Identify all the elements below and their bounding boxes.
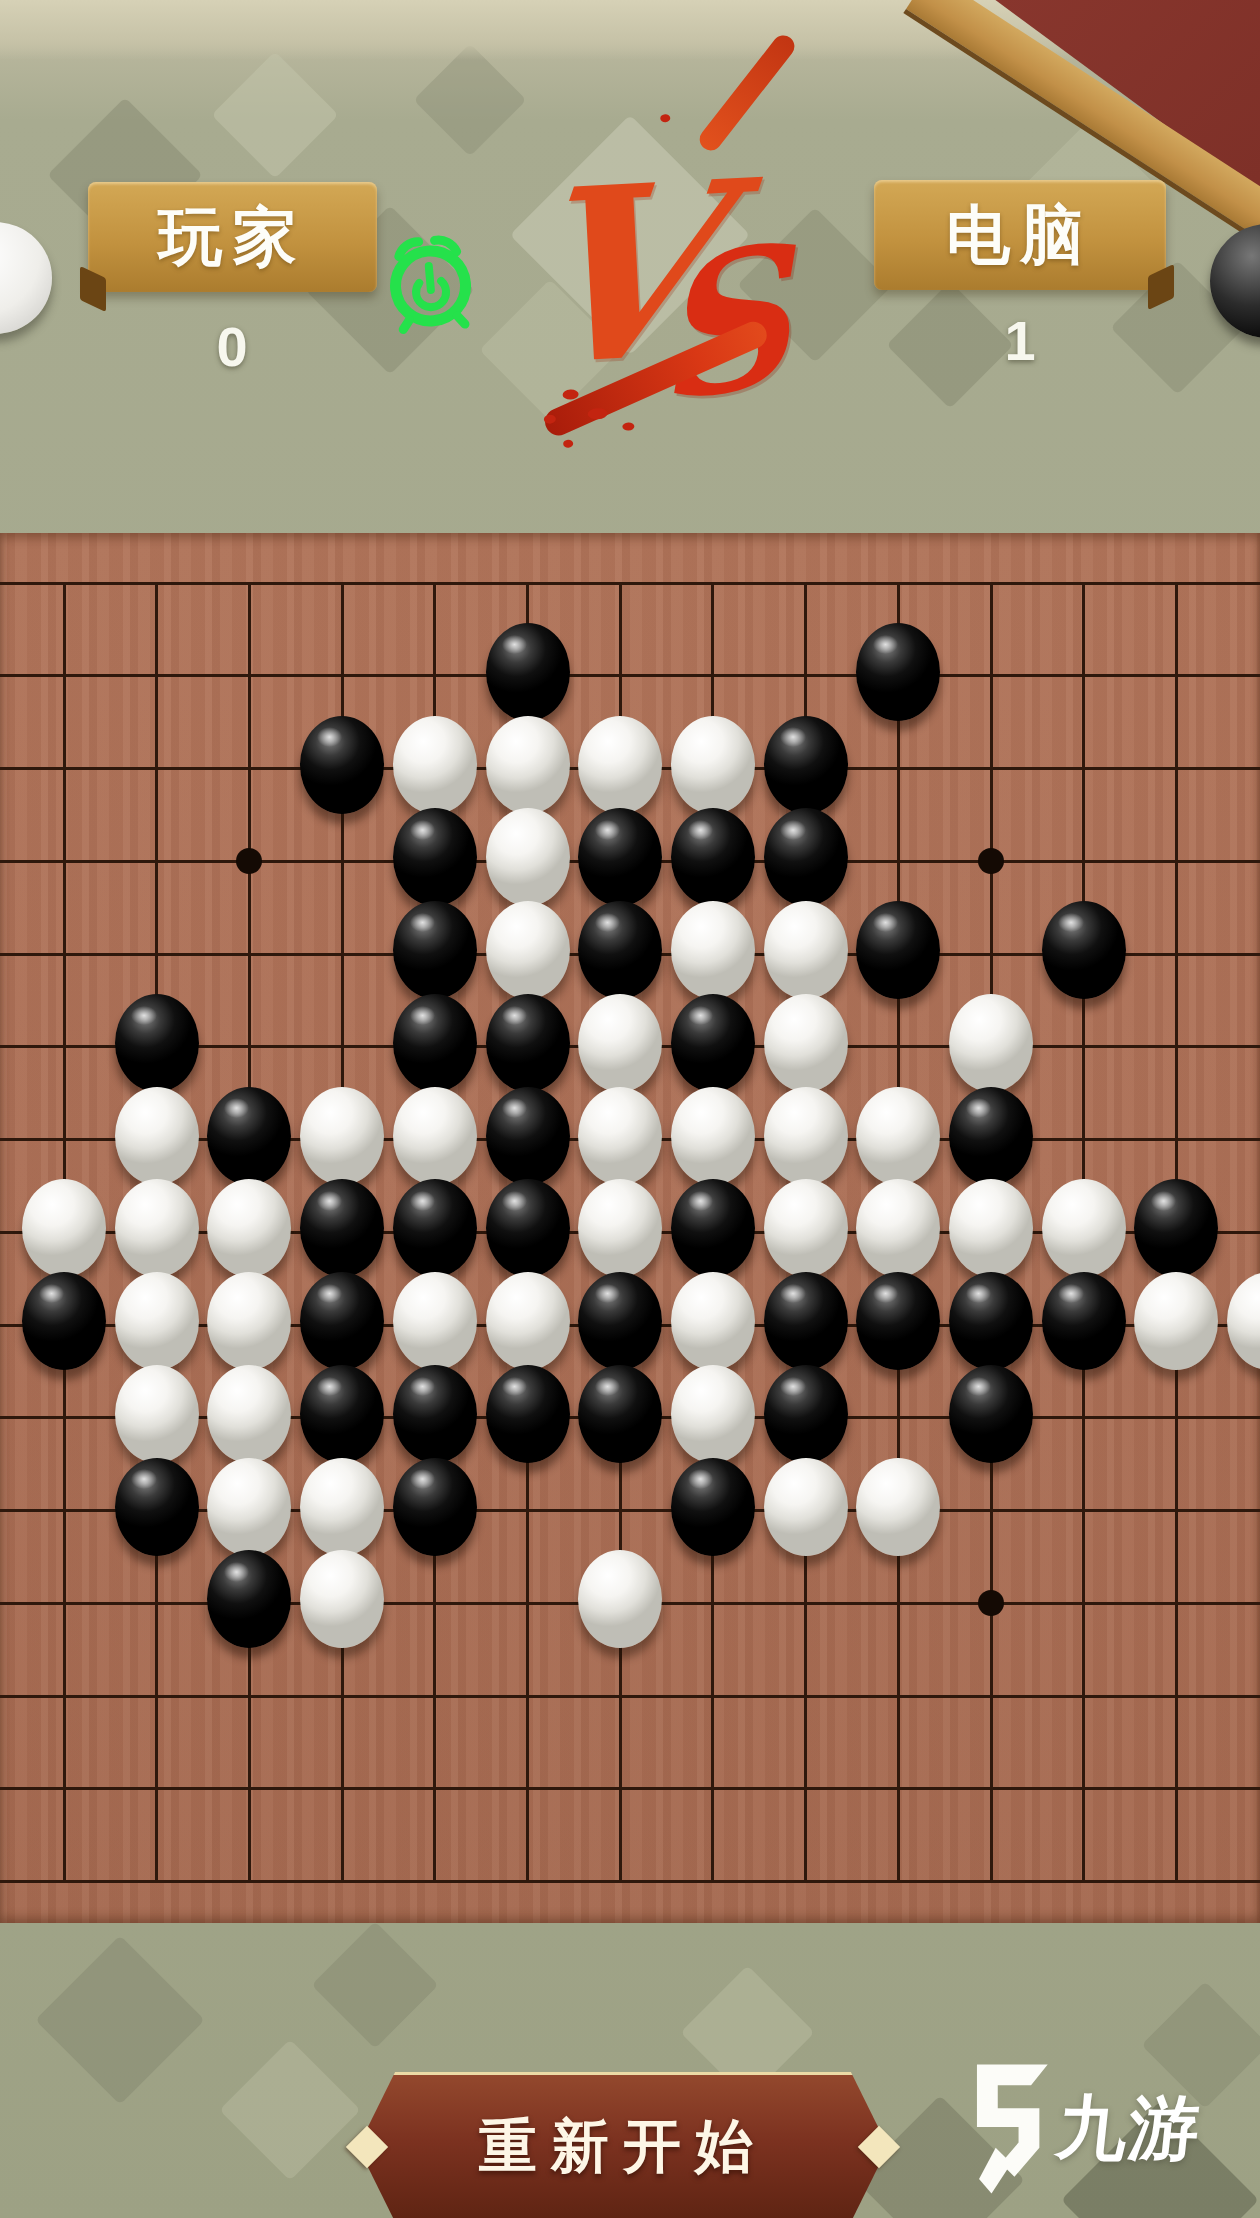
stone-black — [393, 1458, 477, 1556]
stone-white — [1134, 1272, 1218, 1370]
alarm-clock-icon — [375, 222, 484, 338]
stone-white — [764, 1458, 848, 1556]
stone-white — [300, 1550, 384, 1648]
stone-black — [486, 1365, 570, 1463]
stone-black — [207, 1550, 291, 1648]
stone-black — [764, 1272, 848, 1370]
stone-white — [764, 1179, 848, 1277]
9game-logo: 九游 — [952, 2048, 1252, 2198]
stone-white — [300, 1458, 384, 1556]
stone-black — [300, 1365, 384, 1463]
stone-black — [856, 1272, 940, 1370]
stone-white — [486, 808, 570, 906]
stone-black — [393, 1179, 477, 1277]
stone-white — [1227, 1272, 1260, 1370]
stone-black — [671, 1458, 755, 1556]
stone-white — [764, 994, 848, 1092]
stone-white — [207, 1179, 291, 1277]
stone-white — [671, 1365, 755, 1463]
stone-black — [22, 1272, 106, 1370]
stone-black — [207, 1087, 291, 1185]
star-point — [978, 1590, 1004, 1616]
stone-black — [1042, 901, 1126, 999]
stone-black — [764, 716, 848, 814]
stone-black — [300, 1179, 384, 1277]
stone-white — [578, 1179, 662, 1277]
grid-hline — [0, 1787, 1260, 1790]
stone-black — [486, 1087, 570, 1185]
stone-white — [671, 716, 755, 814]
go-board[interactable] — [0, 533, 1260, 1923]
stone-white — [207, 1365, 291, 1463]
grid-hline — [0, 1695, 1260, 1698]
stone-white — [300, 1087, 384, 1185]
stone-black — [1134, 1179, 1218, 1277]
stone-white — [115, 1365, 199, 1463]
stone-white — [764, 1087, 848, 1185]
stone-white — [115, 1272, 199, 1370]
9game-text: 九游 — [1050, 2082, 1206, 2198]
vs-graphic: V S — [509, 90, 836, 441]
stone-black — [578, 808, 662, 906]
computer-score: 1 — [960, 308, 1080, 373]
stone-black — [300, 1272, 384, 1370]
stone-black — [764, 1365, 848, 1463]
stone-white — [578, 1087, 662, 1185]
stone-white — [856, 1179, 940, 1277]
stone-black — [671, 994, 755, 1092]
stone-white — [949, 1179, 1033, 1277]
player-banner: 玩家 — [88, 182, 377, 292]
stone-white — [207, 1458, 291, 1556]
stone-black — [764, 808, 848, 906]
stone-black — [486, 1179, 570, 1277]
stone-black — [300, 716, 384, 814]
stone-white — [393, 1087, 477, 1185]
stone-white — [486, 901, 570, 999]
stone-black — [671, 1179, 755, 1277]
stone-black — [115, 994, 199, 1092]
restart-label: 重新开始 — [479, 2108, 767, 2186]
stone-black — [1042, 1272, 1126, 1370]
restart-button-wrap[interactable]: 重新开始 — [358, 2072, 888, 2218]
stone-black — [393, 1365, 477, 1463]
stone-black — [393, 994, 477, 1092]
stone-white — [578, 994, 662, 1092]
stone-white — [856, 1458, 940, 1556]
stone-white — [115, 1087, 199, 1185]
player-score: 0 — [172, 314, 292, 379]
stone-black — [949, 1087, 1033, 1185]
stone-black — [486, 994, 570, 1092]
stone-black — [949, 1272, 1033, 1370]
stone-black — [393, 808, 477, 906]
vs-letter-s: S — [646, 201, 795, 446]
9game-mark-icon — [952, 2060, 1056, 2198]
star-point — [978, 848, 1004, 874]
stone-white — [486, 716, 570, 814]
stone-white — [671, 1087, 755, 1185]
stone-black — [949, 1365, 1033, 1463]
stone-white — [856, 1087, 940, 1185]
stone-white — [949, 994, 1033, 1092]
stone-white — [207, 1272, 291, 1370]
stone-black — [578, 1272, 662, 1370]
stone-white — [393, 1272, 477, 1370]
stone-white — [578, 1550, 662, 1648]
grid-hline — [0, 582, 1260, 585]
restart-button[interactable]: 重新开始 — [358, 2072, 888, 2218]
computer-label: 电脑 — [946, 192, 1094, 279]
stone-black — [115, 1458, 199, 1556]
grid-hline — [0, 1880, 1260, 1883]
stone-black — [578, 1365, 662, 1463]
grid-hline — [0, 674, 1260, 677]
stone-black — [856, 901, 940, 999]
stone-white — [578, 716, 662, 814]
stone-black — [578, 901, 662, 999]
star-point — [236, 848, 262, 874]
stone-white — [393, 716, 477, 814]
stone-white — [671, 901, 755, 999]
stone-black — [393, 901, 477, 999]
player-label: 玩家 — [159, 194, 307, 281]
stone-black — [486, 623, 570, 721]
stone-white — [115, 1179, 199, 1277]
stone-black — [671, 808, 755, 906]
stone-white — [671, 1272, 755, 1370]
stone-white — [22, 1179, 106, 1277]
computer-banner: 电脑 — [874, 180, 1166, 290]
stone-black — [856, 623, 940, 721]
stone-white — [764, 901, 848, 999]
stone-white — [486, 1272, 570, 1370]
stone-white — [1042, 1179, 1126, 1277]
